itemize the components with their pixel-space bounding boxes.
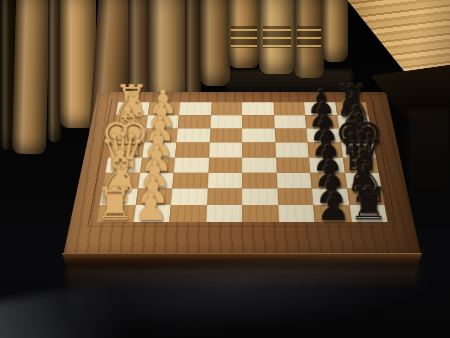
square-a8[interactable]: ♜ [349, 205, 388, 222]
chess-board: ♜♟♟♜♞♟♟♞♝♟♟♝♚♟♟♚♛♟♟♛♝♟♟♝♞♟♟♞♜♟♟♜ [63, 92, 421, 255]
black-rook-a8[interactable]: ♜ [333, 181, 406, 226]
photo-stage: ♜♟♟♜♞♟♟♞♝♟♟♝♚♟♟♚♛♟♟♛♝♟♟♝♞♟♟♞♜♟♟♜ [0, 0, 450, 338]
white-pawn-a2[interactable]: ♟ [115, 188, 188, 226]
square-a2[interactable]: ♟ [133, 205, 171, 222]
